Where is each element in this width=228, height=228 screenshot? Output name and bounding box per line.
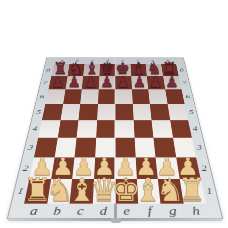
- piece-black-pawn-h7[interactable]: ♟: [160, 75, 184, 90]
- square-b4[interactable]: [57, 120, 78, 138]
- square-b5[interactable]: [60, 104, 80, 120]
- square-b6[interactable]: [63, 90, 82, 105]
- square-d6[interactable]: [98, 90, 115, 105]
- square-d5[interactable]: [97, 104, 115, 120]
- chessboard-photo: abcdefgh8877665544332211abcdefgh ♜♞♝♛♚♝♞…: [0, 0, 228, 228]
- square-e5[interactable]: [115, 104, 133, 120]
- square-e6[interactable]: [115, 90, 132, 105]
- square-f6[interactable]: [132, 90, 150, 105]
- square-e4[interactable]: [115, 120, 134, 138]
- square-f4[interactable]: [133, 120, 153, 138]
- square-c4[interactable]: [77, 120, 97, 138]
- square-f5[interactable]: [132, 104, 151, 120]
- rank-label-right-5: 5: [185, 104, 199, 120]
- fold-clasp: [111, 218, 121, 223]
- square-c5[interactable]: [78, 104, 97, 120]
- square-c6[interactable]: [80, 90, 98, 105]
- square-d4[interactable]: [96, 120, 115, 138]
- rank-label-right-6: 6: [182, 90, 195, 105]
- piece-white-rook-h1[interactable]: ♜: [166, 174, 218, 206]
